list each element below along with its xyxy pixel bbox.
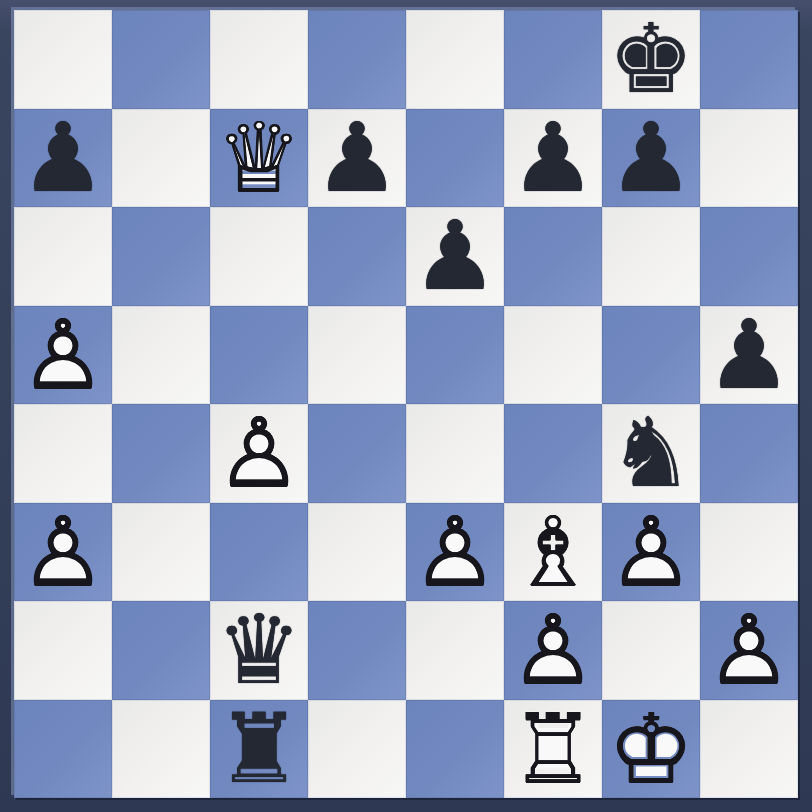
square-f4[interactable] <box>504 404 602 503</box>
square-g6[interactable] <box>602 207 700 306</box>
white-king-outline-glyph: ♔ <box>608 700 694 798</box>
piece-black-rook[interactable]: ♜ <box>210 700 308 799</box>
square-a3[interactable]: ♟♙ <box>14 503 112 602</box>
piece-black-queen[interactable]: ♛ <box>210 601 308 700</box>
square-g1[interactable]: ♚♔ <box>602 700 700 799</box>
black-pawn-glyph: ♟ <box>412 207 498 305</box>
square-h6[interactable] <box>700 207 798 306</box>
square-h4[interactable] <box>700 404 798 503</box>
piece-white-bishop[interactable]: ♝♗ <box>504 503 602 602</box>
white-pawn-outline-glyph: ♙ <box>608 503 694 601</box>
square-g5[interactable] <box>602 306 700 405</box>
piece-white-pawn[interactable]: ♟♙ <box>406 503 504 602</box>
square-c2[interactable]: ♛ <box>210 601 308 700</box>
square-g4[interactable]: ♞ <box>602 404 700 503</box>
square-e4[interactable] <box>406 404 504 503</box>
square-h1[interactable] <box>700 700 798 799</box>
black-king-glyph: ♚ <box>608 10 694 108</box>
square-e2[interactable] <box>406 601 504 700</box>
black-pawn-glyph: ♟ <box>20 109 106 207</box>
square-a5[interactable]: ♟♙ <box>14 306 112 405</box>
piece-black-pawn[interactable]: ♟ <box>308 109 406 208</box>
piece-white-pawn[interactable]: ♟♙ <box>700 601 798 700</box>
piece-white-pawn[interactable]: ♟♙ <box>602 503 700 602</box>
black-pawn-glyph: ♟ <box>314 109 400 207</box>
piece-white-pawn[interactable]: ♟♙ <box>504 601 602 700</box>
square-e1[interactable] <box>406 700 504 799</box>
white-pawn-outline-glyph: ♙ <box>20 306 106 404</box>
square-c3[interactable] <box>210 503 308 602</box>
white-bishop-outline-glyph: ♗ <box>510 503 596 601</box>
chess-board: ♚♟♛♕♟♟♟♟♟♙♟♟♙♞♟♙♟♙♝♗♟♙♛♟♙♟♙♜♜♖♚♔ <box>14 10 798 798</box>
black-knight-glyph: ♞ <box>608 404 694 502</box>
square-d1[interactable] <box>308 700 406 799</box>
black-rook-glyph: ♜ <box>216 700 302 798</box>
square-e6[interactable]: ♟ <box>406 207 504 306</box>
white-rook-outline-glyph: ♖ <box>510 700 596 798</box>
piece-black-king[interactable]: ♚ <box>602 10 700 109</box>
square-f7[interactable]: ♟ <box>504 109 602 208</box>
square-d2[interactable] <box>308 601 406 700</box>
square-h8[interactable] <box>700 10 798 109</box>
square-e3[interactable]: ♟♙ <box>406 503 504 602</box>
square-c4[interactable]: ♟♙ <box>210 404 308 503</box>
white-pawn-outline-glyph: ♙ <box>412 503 498 601</box>
square-a6[interactable] <box>14 207 112 306</box>
piece-black-pawn[interactable]: ♟ <box>602 109 700 208</box>
square-d7[interactable]: ♟ <box>308 109 406 208</box>
square-a4[interactable] <box>14 404 112 503</box>
white-pawn-outline-glyph: ♙ <box>216 404 302 502</box>
square-d5[interactable] <box>308 306 406 405</box>
black-pawn-glyph: ♟ <box>608 109 694 207</box>
square-f8[interactable] <box>504 10 602 109</box>
square-e5[interactable] <box>406 306 504 405</box>
square-h7[interactable] <box>700 109 798 208</box>
square-h5[interactable]: ♟ <box>700 306 798 405</box>
piece-black-pawn[interactable]: ♟ <box>406 207 504 306</box>
square-a2[interactable] <box>14 601 112 700</box>
square-d3[interactable] <box>308 503 406 602</box>
piece-white-pawn[interactable]: ♟♙ <box>14 503 112 602</box>
piece-white-pawn[interactable]: ♟♙ <box>14 306 112 405</box>
square-a1[interactable] <box>14 700 112 799</box>
piece-black-pawn[interactable]: ♟ <box>504 109 602 208</box>
square-b8[interactable] <box>112 10 210 109</box>
square-f6[interactable] <box>504 207 602 306</box>
piece-white-queen[interactable]: ♛♕ <box>210 109 308 208</box>
square-b7[interactable] <box>112 109 210 208</box>
piece-black-knight[interactable]: ♞ <box>602 404 700 503</box>
piece-white-king[interactable]: ♚♔ <box>602 700 700 799</box>
square-f5[interactable] <box>504 306 602 405</box>
square-c6[interactable] <box>210 207 308 306</box>
square-b2[interactable] <box>112 601 210 700</box>
square-d8[interactable] <box>308 10 406 109</box>
square-c7[interactable]: ♛♕ <box>210 109 308 208</box>
board-frame: ♚♟♛♕♟♟♟♟♟♙♟♟♙♞♟♙♟♙♝♗♟♙♛♟♙♟♙♜♜♖♚♔ <box>0 0 812 812</box>
white-queen-outline-glyph: ♕ <box>216 109 302 207</box>
square-g3[interactable]: ♟♙ <box>602 503 700 602</box>
black-queen-glyph: ♛ <box>216 601 302 699</box>
square-f1[interactable]: ♜♖ <box>504 700 602 799</box>
square-c5[interactable] <box>210 306 308 405</box>
square-g7[interactable]: ♟ <box>602 109 700 208</box>
square-b1[interactable] <box>112 700 210 799</box>
piece-white-rook[interactable]: ♜♖ <box>504 700 602 799</box>
square-g8[interactable]: ♚ <box>602 10 700 109</box>
square-a8[interactable] <box>14 10 112 109</box>
white-pawn-outline-glyph: ♙ <box>706 601 792 699</box>
square-f2[interactable]: ♟♙ <box>504 601 602 700</box>
square-d4[interactable] <box>308 404 406 503</box>
piece-black-pawn[interactable]: ♟ <box>14 109 112 208</box>
square-a7[interactable]: ♟ <box>14 109 112 208</box>
square-c8[interactable] <box>210 10 308 109</box>
black-pawn-glyph: ♟ <box>706 306 792 404</box>
square-b3[interactable] <box>112 503 210 602</box>
white-pawn-outline-glyph: ♙ <box>510 601 596 699</box>
square-g2[interactable] <box>602 601 700 700</box>
square-e7[interactable] <box>406 109 504 208</box>
piece-white-pawn[interactable]: ♟♙ <box>210 404 308 503</box>
square-d6[interactable] <box>308 207 406 306</box>
black-pawn-glyph: ♟ <box>510 109 596 207</box>
square-b5[interactable] <box>112 306 210 405</box>
square-e8[interactable] <box>406 10 504 109</box>
square-f3[interactable]: ♝♗ <box>504 503 602 602</box>
white-pawn-outline-glyph: ♙ <box>20 503 106 601</box>
square-b4[interactable] <box>112 404 210 503</box>
square-h2[interactable]: ♟♙ <box>700 601 798 700</box>
square-b6[interactable] <box>112 207 210 306</box>
square-h3[interactable] <box>700 503 798 602</box>
square-c1[interactable]: ♜ <box>210 700 308 799</box>
piece-black-pawn[interactable]: ♟ <box>700 306 798 405</box>
